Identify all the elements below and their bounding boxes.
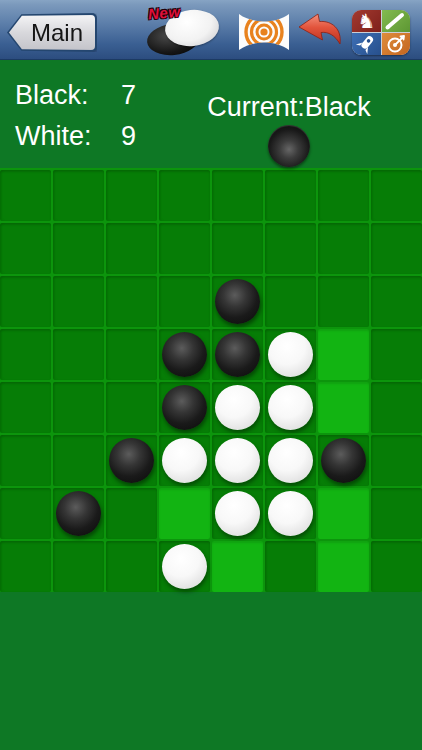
cell[interactable] [371, 382, 422, 433]
cell[interactable] [106, 435, 157, 486]
cell[interactable] [0, 170, 51, 221]
cell[interactable] [265, 382, 316, 433]
cell[interactable] [371, 276, 422, 327]
main-button-face: Main [9, 15, 95, 50]
cell[interactable] [265, 488, 316, 539]
black-piece [109, 438, 154, 483]
current-turn-label: Current:Black [196, 92, 382, 123]
cell[interactable] [0, 276, 51, 327]
network-play-button[interactable] [237, 12, 291, 52]
white-piece [215, 491, 260, 536]
black-piece [56, 491, 101, 536]
knight-glyph: ♞ [357, 11, 375, 31]
cell-highlighted-move[interactable] [159, 488, 210, 539]
cell[interactable] [0, 329, 51, 380]
cell[interactable] [0, 435, 51, 486]
cell[interactable] [371, 435, 422, 486]
chess-knight-icon: ♞ [352, 10, 381, 32]
cell[interactable] [0, 382, 51, 433]
black-score-value: 7 [121, 80, 136, 111]
cell[interactable] [265, 223, 316, 274]
cell[interactable] [318, 435, 369, 486]
cell[interactable] [53, 541, 104, 592]
cell[interactable] [265, 276, 316, 327]
cell[interactable] [265, 329, 316, 380]
cell[interactable] [53, 382, 104, 433]
cell[interactable] [106, 276, 157, 327]
cell[interactable] [371, 488, 422, 539]
new-game-button[interactable]: New [147, 7, 221, 57]
cell-highlighted-move[interactable] [318, 382, 369, 433]
cell[interactable] [318, 170, 369, 221]
broadcast-icon [237, 12, 291, 52]
black-score-label: Black: [15, 80, 89, 111]
cell[interactable] [106, 170, 157, 221]
white-piece [162, 438, 207, 483]
cell[interactable] [53, 435, 104, 486]
cell[interactable] [318, 223, 369, 274]
black-piece [215, 332, 260, 377]
cell-highlighted-move[interactable] [318, 329, 369, 380]
main-button[interactable]: Main [7, 13, 97, 52]
cell[interactable] [159, 170, 210, 221]
cell[interactable] [106, 223, 157, 274]
cell[interactable] [265, 541, 316, 592]
cell[interactable] [159, 223, 210, 274]
cell[interactable] [212, 276, 263, 327]
new-label: New [147, 3, 181, 23]
black-piece [321, 438, 366, 483]
cell[interactable] [0, 541, 51, 592]
cell[interactable] [0, 223, 51, 274]
undo-arrow-icon [296, 13, 346, 51]
cell[interactable] [371, 170, 422, 221]
white-score-value: 9 [121, 121, 136, 152]
black-piece [215, 279, 260, 324]
footer-area [0, 592, 422, 750]
main-button-label: Main [31, 19, 83, 47]
cell[interactable] [53, 276, 104, 327]
white-piece [215, 438, 260, 483]
cell[interactable] [159, 382, 210, 433]
current-turn-disc [268, 125, 310, 167]
cell[interactable] [212, 170, 263, 221]
cell[interactable] [212, 488, 263, 539]
cell[interactable] [53, 223, 104, 274]
white-piece [268, 385, 313, 430]
cell[interactable] [53, 488, 104, 539]
cell[interactable] [53, 329, 104, 380]
cell[interactable] [212, 382, 263, 433]
cell[interactable] [106, 488, 157, 539]
undo-button[interactable] [296, 13, 346, 51]
cell[interactable] [212, 435, 263, 486]
white-piece [268, 438, 313, 483]
baseball-bat-icon [382, 10, 411, 32]
white-piece [215, 385, 260, 430]
cell[interactable] [212, 223, 263, 274]
cell-highlighted-move[interactable] [318, 541, 369, 592]
black-piece [162, 385, 207, 430]
scoreboard: Black: 7 White: 9 Current:Black [0, 60, 422, 168]
more-games-button[interactable]: ♞ [352, 10, 410, 55]
cell[interactable] [371, 223, 422, 274]
black-piece [162, 332, 207, 377]
white-score-label: White: [15, 121, 92, 152]
cell[interactable] [318, 276, 369, 327]
cell[interactable] [0, 488, 51, 539]
cell[interactable] [371, 541, 422, 592]
cell[interactable] [212, 329, 263, 380]
rocket-icon [352, 33, 381, 55]
cell-highlighted-move[interactable] [212, 541, 263, 592]
cell[interactable] [159, 435, 210, 486]
cell[interactable] [159, 541, 210, 592]
white-piece [268, 491, 313, 536]
cell[interactable] [106, 329, 157, 380]
white-piece [162, 544, 207, 589]
cell[interactable] [106, 541, 157, 592]
cell-highlighted-move[interactable] [318, 488, 369, 539]
cell[interactable] [106, 382, 157, 433]
cell[interactable] [265, 170, 316, 221]
cell[interactable] [53, 170, 104, 221]
top-bar: Main New [0, 0, 422, 60]
phone-screen: Main New [0, 0, 422, 750]
reversi-board [0, 168, 422, 592]
cell[interactable] [265, 435, 316, 486]
cell[interactable] [159, 329, 210, 380]
cell[interactable] [159, 276, 210, 327]
cell[interactable] [371, 329, 422, 380]
white-piece [268, 332, 313, 377]
dart-target-icon [382, 33, 411, 55]
